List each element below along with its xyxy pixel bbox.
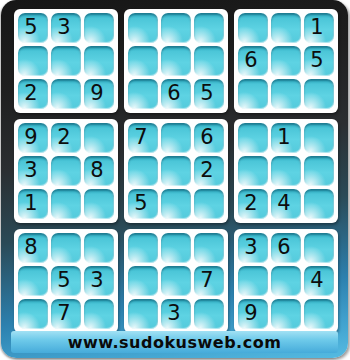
- cell-r5c8[interactable]: [271, 156, 301, 186]
- cell-r1c1[interactable]: 5: [18, 13, 48, 43]
- cell-r3c8[interactable]: [271, 79, 301, 109]
- box-8: 73: [124, 229, 228, 333]
- cell-r7c2[interactable]: [51, 233, 81, 263]
- cell-r3c2[interactable]: [51, 79, 81, 109]
- cell-r4c8[interactable]: 1: [271, 123, 301, 153]
- cell-r6c4[interactable]: 5: [128, 189, 158, 219]
- cell-r4c2[interactable]: 2: [51, 123, 81, 153]
- site-link[interactable]: www.sudokusweb.com: [68, 333, 282, 352]
- cell-r4c3[interactable]: [84, 123, 114, 153]
- cell-r3c1[interactable]: 2: [18, 79, 48, 109]
- cell-r9c2[interactable]: 7: [51, 299, 81, 329]
- footer-bar: www.sudokusweb.com: [11, 331, 338, 353]
- cell-r2c8[interactable]: [271, 46, 301, 76]
- board-frame: 5329651659238176251248537733649 www.sudo…: [1, 0, 348, 358]
- cell-r6c5[interactable]: [161, 189, 191, 219]
- cell-r5c4[interactable]: [128, 156, 158, 186]
- cell-r7c3[interactable]: [84, 233, 114, 263]
- cell-r1c8[interactable]: [271, 13, 301, 43]
- cell-r3c9[interactable]: [304, 79, 334, 109]
- cell-r8c2[interactable]: 5: [51, 266, 81, 296]
- cell-r2c1[interactable]: [18, 46, 48, 76]
- cell-r1c2[interactable]: 3: [51, 13, 81, 43]
- cell-r9c8[interactable]: [271, 299, 301, 329]
- cell-r7c1[interactable]: 8: [18, 233, 48, 263]
- cell-r9c6[interactable]: [194, 299, 224, 329]
- cell-r1c7[interactable]: [238, 13, 268, 43]
- cell-r7c4[interactable]: [128, 233, 158, 263]
- cell-r8c8[interactable]: [271, 266, 301, 296]
- cell-r6c2[interactable]: [51, 189, 81, 219]
- cell-r4c6[interactable]: 6: [194, 123, 224, 153]
- cell-r2c4[interactable]: [128, 46, 158, 76]
- cell-r1c5[interactable]: [161, 13, 191, 43]
- cell-r9c9[interactable]: [304, 299, 334, 329]
- cell-r2c9[interactable]: 5: [304, 46, 334, 76]
- cell-r8c3[interactable]: 3: [84, 266, 114, 296]
- cell-r3c7[interactable]: [238, 79, 268, 109]
- box-5: 7625: [124, 119, 228, 223]
- cell-r2c2[interactable]: [51, 46, 81, 76]
- cell-r1c3[interactable]: [84, 13, 114, 43]
- cell-r3c3[interactable]: 9: [84, 79, 114, 109]
- box-6: 124: [234, 119, 338, 223]
- cell-r9c3[interactable]: [84, 299, 114, 329]
- sudoku-grid: 5329651659238176251248537733649: [14, 9, 338, 333]
- cell-r5c3[interactable]: 8: [84, 156, 114, 186]
- cell-r8c5[interactable]: [161, 266, 191, 296]
- cell-r9c1[interactable]: [18, 299, 48, 329]
- cell-r2c6[interactable]: [194, 46, 224, 76]
- box-4: 92381: [14, 119, 118, 223]
- cell-r8c7[interactable]: [238, 266, 268, 296]
- cell-r5c1[interactable]: 3: [18, 156, 48, 186]
- cell-r8c4[interactable]: [128, 266, 158, 296]
- cell-r8c9[interactable]: 4: [304, 266, 334, 296]
- box-9: 3649: [234, 229, 338, 333]
- cell-r8c1[interactable]: [18, 266, 48, 296]
- cell-r3c4[interactable]: [128, 79, 158, 109]
- cell-r6c9[interactable]: [304, 189, 334, 219]
- cell-r6c7[interactable]: 2: [238, 189, 268, 219]
- cell-r4c4[interactable]: 7: [128, 123, 158, 153]
- cell-r4c1[interactable]: 9: [18, 123, 48, 153]
- sudoku-page: 5329651659238176251248537733649 www.sudo…: [0, 0, 350, 360]
- box-3: 165: [234, 9, 338, 113]
- cell-r4c7[interactable]: [238, 123, 268, 153]
- cell-r1c4[interactable]: [128, 13, 158, 43]
- cell-r9c4[interactable]: [128, 299, 158, 329]
- cell-r4c9[interactable]: [304, 123, 334, 153]
- cell-r6c8[interactable]: 4: [271, 189, 301, 219]
- cell-r5c2[interactable]: [51, 156, 81, 186]
- cell-r1c6[interactable]: [194, 13, 224, 43]
- cell-r3c5[interactable]: 6: [161, 79, 191, 109]
- cell-r6c1[interactable]: 1: [18, 189, 48, 219]
- box-1: 5329: [14, 9, 118, 113]
- cell-r8c6[interactable]: 7: [194, 266, 224, 296]
- cell-r9c5[interactable]: 3: [161, 299, 191, 329]
- cell-r5c5[interactable]: [161, 156, 191, 186]
- cell-r4c5[interactable]: [161, 123, 191, 153]
- box-2: 65: [124, 9, 228, 113]
- cell-r5c6[interactable]: 2: [194, 156, 224, 186]
- cell-r7c5[interactable]: [161, 233, 191, 263]
- cell-r6c3[interactable]: [84, 189, 114, 219]
- cell-r9c7[interactable]: 9: [238, 299, 268, 329]
- cell-r1c9[interactable]: 1: [304, 13, 334, 43]
- cell-r2c7[interactable]: 6: [238, 46, 268, 76]
- cell-r3c6[interactable]: 5: [194, 79, 224, 109]
- cell-r5c9[interactable]: [304, 156, 334, 186]
- cell-r5c7[interactable]: [238, 156, 268, 186]
- cell-r7c7[interactable]: 3: [238, 233, 268, 263]
- cell-r7c9[interactable]: [304, 233, 334, 263]
- cell-r6c6[interactable]: [194, 189, 224, 219]
- cell-r2c5[interactable]: [161, 46, 191, 76]
- cell-r7c6[interactable]: [194, 233, 224, 263]
- cell-r7c8[interactable]: 6: [271, 233, 301, 263]
- box-7: 8537: [14, 229, 118, 333]
- cell-r2c3[interactable]: [84, 46, 114, 76]
